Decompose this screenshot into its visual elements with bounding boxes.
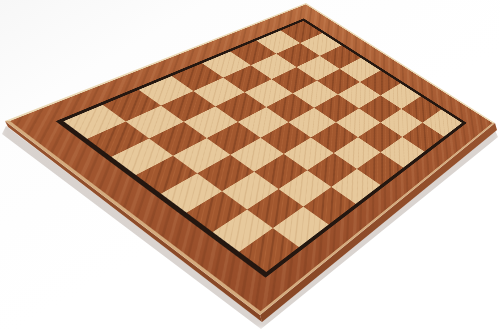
scene-background	[0, 0, 500, 329]
playing-area	[64, 21, 463, 272]
chess-board	[5, 3, 495, 315]
